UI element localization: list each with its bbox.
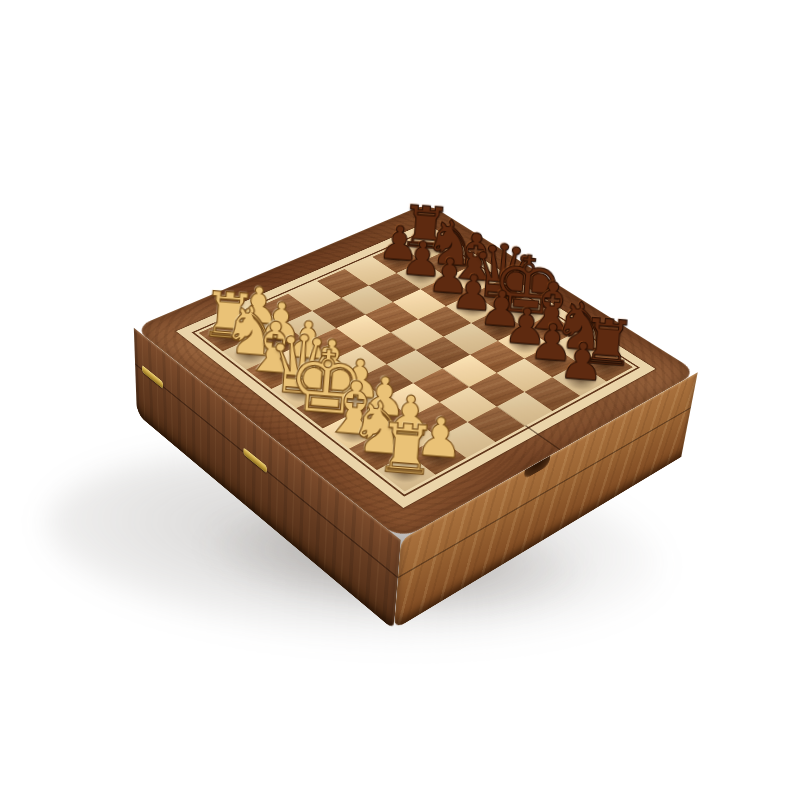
black-pawn[interactable]: ♟ [557,336,606,390]
photo-stage: ♜♟♞♟♝♟♛♟♚♝♟♟♟♞♟♟♜♜♞♟♟♝♟♛♟♚♟♟♝♞♟♜ [0,0,800,800]
white-rook[interactable]: ♜ [373,413,439,485]
pieces-layer: ♜♟♞♟♝♟♛♟♚♝♟♟♟♞♟♟♜♜♞♟♟♝♟♛♟♚♟♟♝♞♟♜ [0,0,800,800]
camera-roll-wrapper: ♜♟♞♟♝♟♛♟♚♝♟♟♟♞♟♟♜♜♞♟♟♝♟♛♟♚♟♟♝♞♟♜ [0,0,800,800]
product-photo-background: { "game": "chess", "position": "rnbqkbnr… [0,0,800,800]
